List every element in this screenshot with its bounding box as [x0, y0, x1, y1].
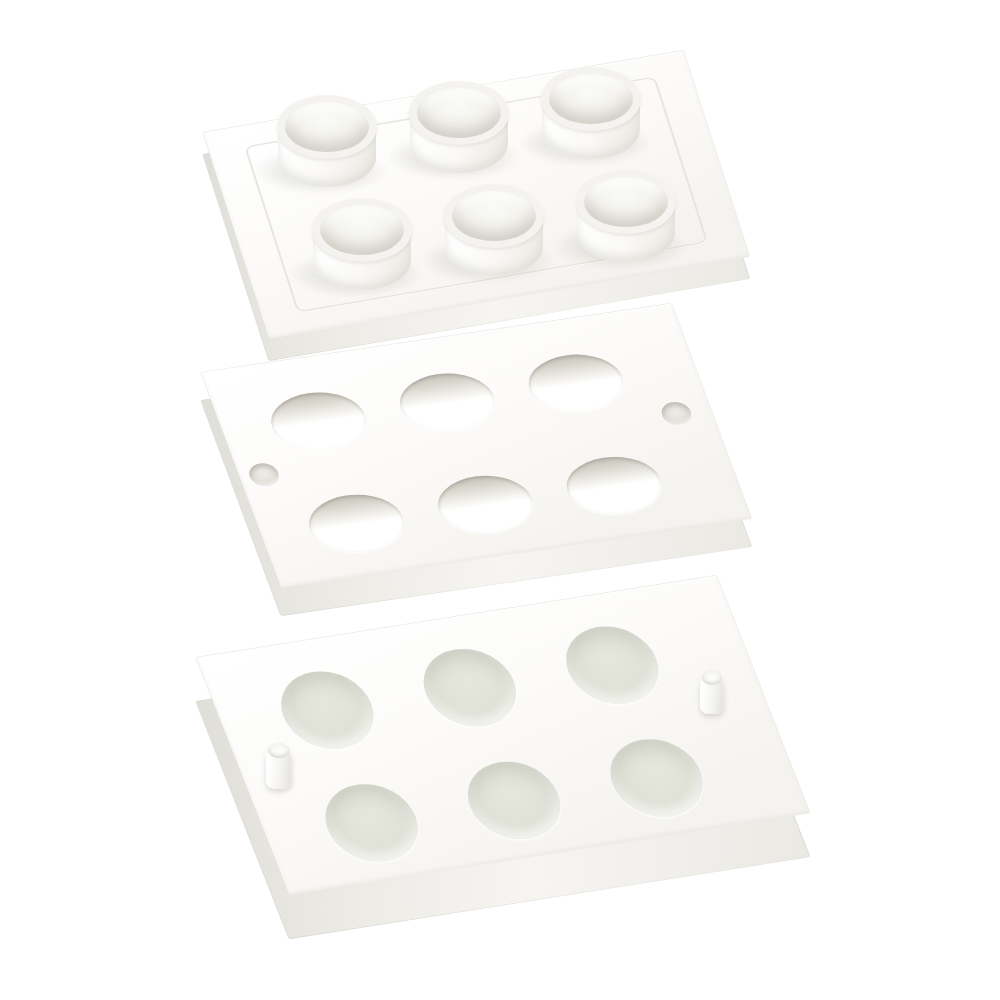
- cup-rim: [409, 81, 509, 145]
- cup-rim: [444, 184, 544, 248]
- through-hole-r1c3: [519, 349, 632, 418]
- tray-middle: [0, 0, 1000, 1000]
- well-cup-r2c1: [312, 198, 412, 292]
- through-hole-r2c3: [557, 451, 670, 520]
- tray-bottom-top-face: [195, 575, 811, 896]
- scene: [0, 0, 1000, 1000]
- tray-top-side-face: [202, 72, 750, 362]
- through-hole-r2c1: [300, 489, 413, 558]
- cup-shadow: [554, 223, 686, 269]
- well-cup-r1c3: [541, 67, 641, 161]
- cup-cavity: [417, 88, 501, 138]
- recess-r2c3: [597, 733, 714, 823]
- alignment-pin-left: [266, 747, 292, 789]
- tray-middle-side-face: [200, 331, 752, 617]
- recess-r1c2: [411, 642, 528, 732]
- alignment-pin-right: [700, 674, 724, 714]
- through-hole-r1c1: [261, 387, 374, 456]
- cup-shadow: [387, 134, 519, 180]
- cup-rim: [312, 198, 412, 262]
- cup-shadow: [290, 251, 422, 297]
- recess-r1c1: [268, 665, 385, 755]
- cup-wall: [410, 111, 508, 173]
- alignment-hole-right: [658, 400, 694, 426]
- cup-cavity: [452, 191, 536, 241]
- cup-wall: [542, 97, 640, 159]
- through-hole-r1c2: [390, 368, 503, 437]
- tray-top-inset-groove: [244, 76, 708, 312]
- cup-shadow: [255, 148, 387, 194]
- cup-shadow: [519, 120, 651, 166]
- cup-rim: [576, 170, 676, 234]
- cup-cavity: [320, 205, 404, 255]
- cup-rim: [277, 95, 377, 159]
- through-hole-r2c2: [428, 470, 541, 539]
- tray-top: [0, 0, 1000, 1000]
- tray-top-top-face: [202, 50, 750, 340]
- cup-wall: [445, 214, 543, 276]
- through-hole-grid: [234, 323, 696, 584]
- well-cup-r1c2: [409, 81, 509, 175]
- cup-wall: [577, 200, 675, 262]
- tray-middle-top-face: [200, 303, 752, 589]
- cup-cavity: [549, 74, 633, 124]
- cup-wall: [313, 228, 411, 290]
- well-cup-r2c2: [444, 184, 544, 278]
- well-cup-r2c3: [576, 170, 676, 264]
- cup-cavity: [285, 102, 369, 152]
- recess-r2c1: [312, 778, 429, 868]
- tray-bottom: [0, 0, 1000, 1000]
- recess-r1c3: [553, 620, 670, 710]
- recess-grid: [233, 597, 749, 890]
- tray-bottom-side-face: [195, 619, 811, 940]
- cup-cavity: [584, 177, 668, 227]
- cup-shadow: [422, 237, 554, 283]
- well-cup-r1c1: [277, 95, 377, 189]
- recess-r2c2: [455, 755, 572, 845]
- cup-rim: [541, 67, 641, 131]
- alignment-hole-left: [246, 461, 282, 487]
- cup-wall: [278, 125, 376, 187]
